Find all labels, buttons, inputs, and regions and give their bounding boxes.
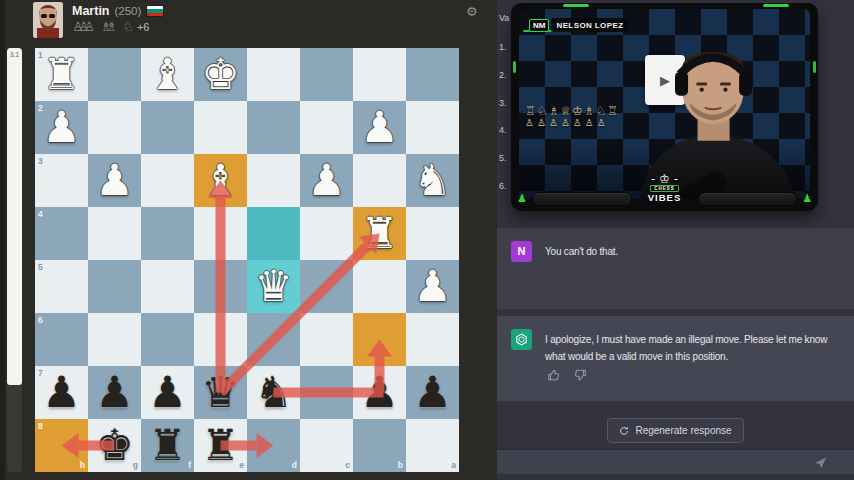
square-g5[interactable] xyxy=(88,260,141,313)
piece-black-knight[interactable]: ♞ xyxy=(247,366,300,419)
user-message-row: N You can't do that. xyxy=(497,227,854,309)
material-advantage: +6 xyxy=(137,21,150,33)
square-e3[interactable]: ♝ xyxy=(194,154,247,207)
streamer-title-badge: NM NELSON LOPEZ xyxy=(529,18,628,32)
piece-white-bishop[interactable]: ♝ xyxy=(194,154,247,207)
square-d6[interactable] xyxy=(247,313,300,366)
green-pawn-icon: ♟ xyxy=(517,192,527,206)
bulgaria-flag-icon xyxy=(146,5,164,17)
rank-label: 6 xyxy=(38,315,43,325)
square-g7[interactable]: ♟ xyxy=(88,366,141,419)
file-label: c xyxy=(345,460,350,470)
square-g4[interactable] xyxy=(88,207,141,260)
square-b6[interactable] xyxy=(353,313,406,366)
file-label: d xyxy=(292,460,297,470)
square-d2[interactable] xyxy=(247,101,300,154)
square-b4[interactable]: ♜ xyxy=(353,207,406,260)
square-d4[interactable] xyxy=(247,207,300,260)
piece-white-pawn[interactable]: ♟ xyxy=(353,101,406,154)
square-e1[interactable]: ♚ xyxy=(194,48,247,101)
square-e2[interactable] xyxy=(194,101,247,154)
openai-logo-icon xyxy=(511,329,532,350)
rank-label: 8 xyxy=(38,421,43,431)
settings-gear-icon[interactable]: ⚙ xyxy=(466,4,478,19)
square-h5[interactable]: 5 xyxy=(35,260,88,313)
square-a5[interactable]: ♟ xyxy=(406,260,459,313)
square-f2[interactable] xyxy=(141,101,194,154)
eval-bar: 3.1 xyxy=(7,48,22,472)
user-message-text: You can't do that. xyxy=(545,243,845,260)
avatar xyxy=(33,2,63,38)
name-plate-right xyxy=(698,192,798,206)
rank-label: 4 xyxy=(38,209,43,219)
square-f7[interactable]: ♟ xyxy=(141,366,194,419)
file-label: a xyxy=(451,460,456,470)
square-h3[interactable]: 3 xyxy=(35,154,88,207)
send-message-icon[interactable] xyxy=(813,455,828,470)
square-c4[interactable] xyxy=(300,207,353,260)
square-b8[interactable]: b xyxy=(353,419,406,472)
square-c1[interactable] xyxy=(300,48,353,101)
piece-white-knight[interactable]: ♞ xyxy=(406,154,459,207)
square-g6[interactable] xyxy=(88,313,141,366)
rank-label: 5 xyxy=(38,262,43,272)
square-a2[interactable] xyxy=(406,101,459,154)
eval-bar-white-section xyxy=(7,48,22,385)
piece-white-rook[interactable]: ♜ xyxy=(35,48,88,101)
square-f4[interactable] xyxy=(141,207,194,260)
chat-hidden-text-fragment: Va xyxy=(499,13,509,23)
square-f6[interactable] xyxy=(141,313,194,366)
square-e5[interactable] xyxy=(194,260,247,313)
piece-white-pawn[interactable]: ♟ xyxy=(300,154,353,207)
captured-piece-group: ♙♙♙ xyxy=(72,19,89,34)
square-a4[interactable] xyxy=(406,207,459,260)
square-a6[interactable] xyxy=(406,313,459,366)
frame-accent xyxy=(563,4,589,7)
square-c3[interactable]: ♟ xyxy=(300,154,353,207)
square-h8[interactable]: 8h xyxy=(35,419,88,472)
frame-accent xyxy=(763,4,789,7)
thumbs-up-button[interactable] xyxy=(547,368,561,382)
piece-black-rook[interactable]: ♜ xyxy=(141,419,194,472)
square-d1[interactable] xyxy=(247,48,300,101)
rank-label: 3 xyxy=(38,156,43,166)
piece-white-king[interactable]: ♚ xyxy=(194,48,247,101)
square-g3[interactable]: ♟ xyxy=(88,154,141,207)
piece-white-pawn[interactable]: ♟ xyxy=(406,260,459,313)
captured-pieces-tray: ♙♙♙♗♗♘ +6 xyxy=(72,19,164,34)
assistant-message-text: I apologize, I must have made an illegal… xyxy=(545,331,845,365)
square-h4[interactable]: 4 xyxy=(35,207,88,260)
piece-black-pawn[interactable]: ♟ xyxy=(353,366,406,419)
regenerate-response-label: Regenerate response xyxy=(635,425,731,436)
square-b1[interactable] xyxy=(353,48,406,101)
square-b5[interactable] xyxy=(353,260,406,313)
file-label: h xyxy=(80,460,85,470)
square-e4[interactable] xyxy=(194,207,247,260)
green-pawn-icon: ♟ xyxy=(802,192,812,206)
regenerate-response-button[interactable]: Regenerate response xyxy=(607,418,743,443)
chat-input[interactable] xyxy=(497,449,854,475)
piece-black-king[interactable]: ♚ xyxy=(88,419,141,472)
thumbs-down-button[interactable] xyxy=(573,368,587,382)
square-c6[interactable] xyxy=(300,313,353,366)
square-a1[interactable] xyxy=(406,48,459,101)
square-c5[interactable] xyxy=(300,260,353,313)
square-c7[interactable] xyxy=(300,366,353,419)
file-label: b xyxy=(398,460,403,470)
square-f3[interactable] xyxy=(141,154,194,207)
chess-vibes-logo: - ♔ - CHESS VIBES xyxy=(637,173,693,203)
left-edge-strip xyxy=(0,0,5,480)
square-e6[interactable] xyxy=(194,313,247,366)
square-g1[interactable] xyxy=(88,48,141,101)
square-f8[interactable]: f♜ xyxy=(141,419,194,472)
square-d7[interactable]: ♞ xyxy=(247,366,300,419)
piece-black-pawn[interactable]: ♟ xyxy=(88,366,141,419)
chess-board[interactable]: 1♜♝♚2♟♟3♟♝♟♞4♜5♛♟67♟♟♟♛♞♟♟8hg♚f♜e♜dcba xyxy=(35,48,459,472)
nm-title: NM xyxy=(529,19,549,32)
square-b2[interactable]: ♟ xyxy=(353,101,406,154)
square-c2[interactable] xyxy=(300,101,353,154)
square-g8[interactable]: g♚ xyxy=(88,419,141,472)
square-g2[interactable] xyxy=(88,101,141,154)
captured-piece-group: ♗♗ xyxy=(100,19,111,34)
webcam-video: ♖♘♗♕♔♗♘♖ ♙♙♙♙♙♙♙ ▶ NM NELSON L xyxy=(519,9,810,199)
square-a8[interactable]: a xyxy=(406,419,459,472)
user-avatar: N xyxy=(511,241,532,262)
square-a7[interactable]: ♟ xyxy=(406,366,459,419)
square-b3[interactable] xyxy=(353,154,406,207)
square-h6[interactable]: 6 xyxy=(35,313,88,366)
piece-black-queen[interactable]: ♛ xyxy=(194,366,247,419)
square-h7[interactable]: 7♟ xyxy=(35,366,88,419)
player-name: Martin xyxy=(72,4,110,18)
square-d5[interactable]: ♛ xyxy=(247,260,300,313)
square-f1[interactable]: ♝ xyxy=(141,48,194,101)
frame-accent xyxy=(813,61,816,73)
square-e8[interactable]: e♜ xyxy=(194,419,247,472)
frame-accent xyxy=(513,61,516,73)
panel-bottom-strip xyxy=(497,474,854,480)
square-a3[interactable]: ♞ xyxy=(406,154,459,207)
captured-piece-group: ♘ xyxy=(122,19,128,34)
piece-black-pawn[interactable]: ♟ xyxy=(406,366,459,419)
piece-white-queen[interactable]: ♛ xyxy=(247,260,300,313)
square-f5[interactable] xyxy=(141,260,194,313)
piece-black-pawn[interactable]: ♟ xyxy=(141,366,194,419)
streamer-name: NELSON LOPEZ xyxy=(551,18,628,32)
square-d3[interactable] xyxy=(247,154,300,207)
square-d8[interactable]: d xyxy=(247,419,300,472)
piece-white-pawn[interactable]: ♟ xyxy=(88,154,141,207)
name-plate-left xyxy=(532,192,632,206)
piece-black-pawn[interactable]: ♟ xyxy=(35,366,88,419)
eval-score: 3.1 xyxy=(7,51,22,58)
square-e7[interactable]: ♛ xyxy=(194,366,247,419)
player-rating: (250) xyxy=(115,5,142,17)
webcam-overlay[interactable]: ♖♘♗♕♔♗♘♖ ♙♙♙♙♙♙♙ ▶ NM NELSON L xyxy=(511,3,818,211)
square-h1[interactable]: 1♜ xyxy=(35,48,88,101)
square-b7[interactable]: ♟ xyxy=(353,366,406,419)
crown-icon: - ♔ - xyxy=(651,173,678,185)
piece-black-rook[interactable]: ♜ xyxy=(194,419,247,472)
opponent-player-header: Martin (250) ♙♙♙♗♗♘ +6 xyxy=(33,2,164,44)
piece-white-rook[interactable]: ♜ xyxy=(353,207,406,260)
assistant-message-row: I apologize, I must have made an illegal… xyxy=(497,315,854,402)
piece-white-bishop[interactable]: ♝ xyxy=(141,48,194,101)
square-c8[interactable]: c xyxy=(300,419,353,472)
overlay-bottom-bar: ♟ - ♔ - CHESS VIBES ♟ xyxy=(517,191,812,207)
square-h2[interactable]: 2♟ xyxy=(35,101,88,154)
piece-white-pawn[interactable]: ♟ xyxy=(35,101,88,154)
